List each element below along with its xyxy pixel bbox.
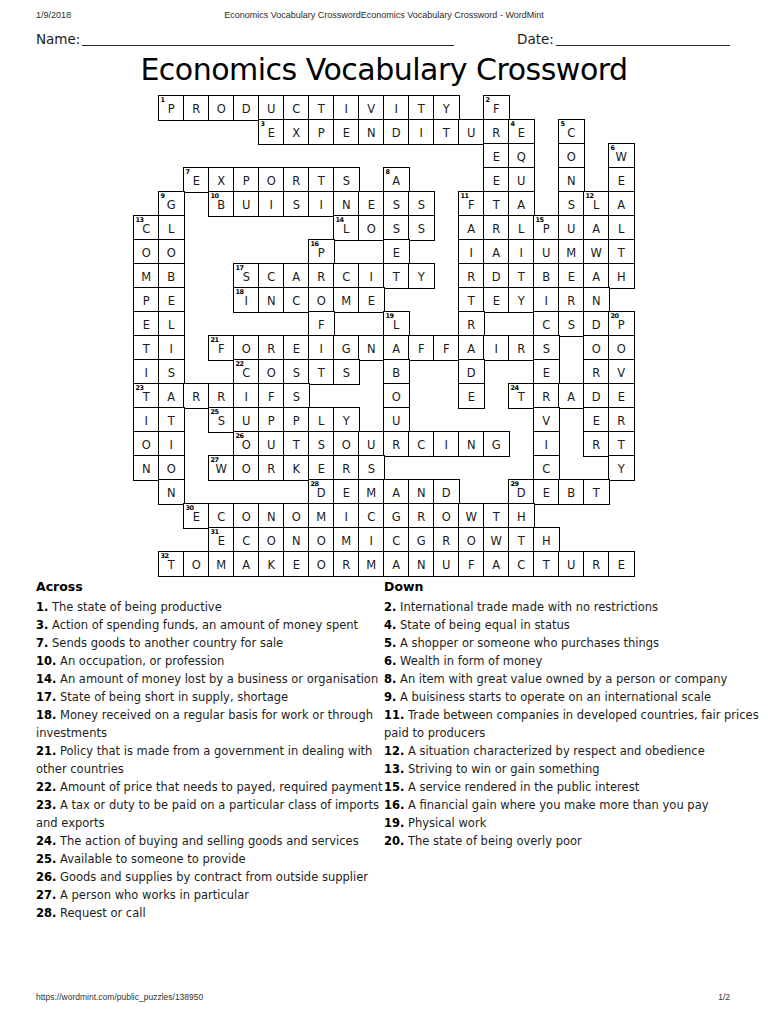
cell-letter: M (141, 269, 151, 284)
cell-r4c13: 11F (458, 191, 485, 217)
cell-letter: O (367, 221, 376, 236)
cell-letter: I (445, 437, 448, 452)
cell-letter: R (467, 269, 475, 284)
cell-r15c19: Y (608, 455, 635, 481)
cell-r13c5: P (258, 407, 285, 433)
cell-letter: R (267, 461, 275, 476)
cell-r14c8: O (333, 431, 360, 457)
cell-r1c9: N (358, 119, 385, 145)
cell-r3c3: X (208, 167, 235, 193)
cell-letter: R (267, 341, 275, 356)
cell-letter: I (170, 341, 173, 356)
cell-letter: A (517, 197, 525, 212)
cell-r19c15: C (508, 551, 535, 577)
cell-r17c7: M (308, 503, 335, 529)
cell-r7c4: 17S (233, 263, 260, 289)
cell-letter: A (467, 221, 475, 236)
cell-letter: E (618, 557, 625, 572)
cell-r13c1: T (158, 407, 185, 433)
cell-letter: Y (518, 293, 525, 308)
cell-r5c16: 15P (533, 215, 560, 241)
clue-number-5: 5 (561, 121, 565, 128)
footer-page-number: 1/2 (718, 992, 730, 1002)
cell-r15c0: N (133, 455, 160, 481)
cell-letter: R (592, 365, 600, 380)
cell-letter: P (318, 125, 325, 140)
cell-r7c1: B (158, 263, 185, 289)
cell-letter: N (592, 293, 601, 308)
cell-letter: Y (443, 101, 450, 116)
down-clue-11: 11. Trade between companies in developed… (384, 706, 764, 742)
cell-r19c18: R (583, 551, 610, 577)
cell-r19c7: O (308, 551, 335, 577)
clue-number-31: 31 (211, 529, 219, 536)
cell-letter: I (470, 245, 473, 260)
cell-r6c19: T (608, 239, 635, 265)
cell-letter: H (617, 269, 626, 284)
clue-number-8: 8 (386, 169, 390, 176)
cell-r7c15: T (508, 263, 535, 289)
cell-r18c8: M (333, 527, 360, 553)
cell-letter: A (392, 173, 400, 188)
footer-url: https://wordmint.com/public_puzzles/1389… (36, 992, 203, 1002)
cell-letter: O (167, 461, 176, 476)
cell-r4c1: 9G (158, 191, 185, 217)
cell-letter: O (467, 533, 476, 548)
cell-r3c19: E (608, 167, 635, 193)
across-clue-22: 22. Amount of price that needs to payed,… (36, 778, 388, 796)
cell-letter: C (417, 437, 425, 452)
cell-r1c5: 3E (258, 119, 285, 145)
down-clue-8: 8. An item with great value owned by a p… (384, 670, 764, 688)
cell-letter: R (592, 557, 600, 572)
cell-letter: R (542, 389, 550, 404)
cell-r4c3: 10B (208, 191, 235, 217)
cell-r16c15: 29D (508, 479, 535, 505)
cell-r4c18: 12L (583, 191, 610, 217)
cell-letter: I (320, 341, 323, 356)
cell-letter: O (192, 557, 201, 572)
cell-r12c19: E (608, 383, 635, 409)
cell-letter: M (566, 245, 576, 260)
cell-letter: O (267, 365, 276, 380)
cell-letter: R (617, 413, 625, 428)
cell-letter: K (268, 557, 276, 572)
cell-r11c16: E (533, 359, 560, 385)
cell-letter: Q (517, 149, 526, 164)
cell-letter: F (493, 101, 500, 116)
cell-letter: A (467, 341, 475, 356)
cell-r15c8: R (333, 455, 360, 481)
cell-r19c11: N (408, 551, 435, 577)
clue-number-3: 3 (261, 121, 265, 128)
cell-letter: C (267, 269, 275, 284)
cell-r0c3: O (208, 95, 235, 121)
cell-letter: A (167, 389, 175, 404)
cell-r2c17: O (558, 143, 585, 169)
cell-letter: L (318, 413, 324, 428)
cell-letter: F (468, 557, 475, 572)
cell-r17c15: H (508, 503, 535, 529)
cell-r17c10: G (383, 503, 410, 529)
cell-r6c18: W (583, 239, 610, 265)
cell-r18c6: N (283, 527, 310, 553)
cell-letter: V (617, 365, 625, 380)
cell-letter: N (342, 197, 351, 212)
cell-r0c11: T (408, 95, 435, 121)
cell-r7c0: M (133, 263, 160, 289)
cell-letter: W (466, 509, 477, 524)
cell-letter: L (343, 221, 349, 236)
cell-r6c1: O (158, 239, 185, 265)
cell-letter: O (342, 437, 351, 452)
cell-letter: R (592, 437, 600, 452)
cell-r10c7: I (308, 335, 335, 361)
down-clue-20: 20. The state of being overly poor (384, 832, 764, 850)
cell-r7c17: E (558, 263, 585, 289)
cell-r13c19: R (608, 407, 635, 433)
cell-letter: L (593, 197, 599, 212)
cell-letter: O (592, 341, 601, 356)
cell-letter: I (495, 341, 498, 356)
cell-letter: I (245, 389, 248, 404)
cell-r12c17: A (558, 383, 585, 409)
across-clue-10: 10. An occupation, or profession (36, 652, 388, 670)
cell-letter: E (543, 485, 550, 500)
cell-letter: E (468, 389, 475, 404)
cell-r19c2: O (183, 551, 210, 577)
cell-r5c11: S (408, 215, 435, 241)
cell-r16c17: B (558, 479, 585, 505)
cell-r0c8: I (333, 95, 360, 121)
clue-number-22: 22 (236, 361, 244, 368)
cell-letter: E (293, 557, 300, 572)
clue-number-17: 17 (236, 265, 244, 272)
cell-r14c18: R (583, 431, 610, 457)
clue-number-27: 27 (211, 457, 219, 464)
cell-r7c18: A (583, 263, 610, 289)
cell-letter: U (567, 221, 575, 236)
document-header-title: Economics Vocabulary CrosswordEconomics … (0, 10, 768, 20)
cell-r12c10: O (383, 383, 410, 409)
cell-r18c7: O (308, 527, 335, 553)
cell-r12c3: R (208, 383, 235, 409)
across-clue-24: 24. The action of buying and selling goo… (36, 832, 388, 850)
cell-letter: L (618, 221, 624, 236)
cell-letter: D (492, 269, 501, 284)
cell-r8c4: 18I (233, 287, 260, 313)
cell-r18c14: W (483, 527, 510, 553)
cell-r6c7: 16P (308, 239, 335, 265)
cell-letter: Y (343, 413, 350, 428)
cell-letter: B (167, 269, 175, 284)
date-label: Date: (517, 31, 554, 47)
cell-r4c11: S (408, 191, 435, 217)
cell-r2c19: 6W (608, 143, 635, 169)
cell-r13c4: U (233, 407, 260, 433)
cell-letter: O (217, 101, 226, 116)
cell-r19c16: T (533, 551, 560, 577)
cell-letter: U (242, 197, 250, 212)
cell-r10c12: F (433, 335, 460, 361)
down-clues-list: 2. International trade made with no rest… (384, 598, 764, 850)
cell-letter: O (142, 437, 151, 452)
cell-r5c1: L (158, 215, 185, 241)
cell-letter: I (245, 293, 248, 308)
cell-r18c16: H (533, 527, 560, 553)
cell-r4c10: S (383, 191, 410, 217)
cell-r18c15: T (508, 527, 535, 553)
cell-r8c18: N (583, 287, 610, 313)
cell-letter: U (392, 413, 400, 428)
cell-r5c14: R (483, 215, 510, 241)
cell-letter: T (543, 557, 550, 572)
cell-r16c18: T (583, 479, 610, 505)
cell-r6c13: I (458, 239, 485, 265)
cell-letter: O (267, 533, 276, 548)
cell-r16c12: D (433, 479, 460, 505)
cell-r16c7: 28D (308, 479, 335, 505)
across-clue-26: 26. Goods and supplies by contract from … (36, 868, 388, 886)
cell-r18c11: G (408, 527, 435, 553)
cell-r15c5: R (258, 455, 285, 481)
cell-r19c12: U (433, 551, 460, 577)
cell-letter: A (292, 269, 300, 284)
cell-letter: T (518, 533, 525, 548)
cell-r18c3: 31E (208, 527, 235, 553)
clue-number-26: 26 (236, 433, 244, 440)
cell-r7c11: Y (408, 263, 435, 289)
cell-letter: E (618, 173, 625, 188)
cell-r10c6: E (283, 335, 310, 361)
cell-r3c4: P (233, 167, 260, 193)
cell-letter: O (242, 509, 251, 524)
cell-r9c10: 19L (383, 311, 410, 337)
down-clue-16: 16. A financial gain where you make more… (384, 796, 764, 814)
cell-letter: C (567, 125, 575, 140)
across-clue-28: 28. Request or call (36, 904, 388, 922)
cell-r3c5: O (258, 167, 285, 193)
cell-letter: A (592, 269, 600, 284)
down-clue-6: 6. Wealth in form of money (384, 652, 764, 670)
cell-r14c5: U (258, 431, 285, 457)
down-clue-2: 2. International trade made with no rest… (384, 598, 764, 616)
cell-letter: O (267, 173, 276, 188)
clue-number-2: 2 (486, 97, 490, 104)
cell-letter: W (591, 245, 602, 260)
cell-r16c10: A (383, 479, 410, 505)
cell-letter: U (242, 413, 250, 428)
down-clue-19: 19. Physical work (384, 814, 764, 832)
cell-letter: B (567, 485, 575, 500)
cell-r9c16: C (533, 311, 560, 337)
cell-letter: L (168, 317, 174, 332)
cell-r4c7: I (308, 191, 335, 217)
cell-letter: A (392, 557, 400, 572)
cell-letter: O (292, 509, 301, 524)
cell-r5c18: A (583, 215, 610, 241)
cell-r18c5: O (258, 527, 285, 553)
cell-r19c5: K (258, 551, 285, 577)
crossword-grid: 1PRODUCTIVITY2F3EXPENDITUR4E5CEQO6W7EXPO… (133, 95, 635, 577)
clue-number-11: 11 (461, 193, 469, 200)
cell-r12c5: F (258, 383, 285, 409)
cell-r10c18: O (583, 335, 610, 361)
cell-r5c9: O (358, 215, 385, 241)
cell-r7c7: R (308, 263, 335, 289)
cell-letter: S (243, 269, 250, 284)
cell-letter: W (491, 533, 502, 548)
cell-r0c10: I (383, 95, 410, 121)
cell-letter: S (418, 221, 425, 236)
cell-r19c10: A (383, 551, 410, 577)
cell-letter: M (341, 293, 351, 308)
cell-letter: T (493, 509, 500, 524)
cell-r1c6: X (283, 119, 310, 145)
cell-r5c0: 13C (133, 215, 160, 241)
cell-letter: U (542, 245, 550, 260)
cell-letter: O (317, 533, 326, 548)
cell-r10c16: S (533, 335, 560, 361)
cell-letter: U (567, 557, 575, 572)
cell-r14c14: G (483, 431, 510, 457)
cell-letter: B (392, 365, 400, 380)
cell-r5c17: U (558, 215, 585, 241)
cell-r1c10: D (383, 119, 410, 145)
cell-r15c7: E (308, 455, 335, 481)
cell-r15c9: S (358, 455, 385, 481)
cell-letter: G (417, 533, 426, 548)
cell-r11c10: B (383, 359, 410, 385)
down-clue-4: 4. State of being equal in status (384, 616, 764, 634)
down-clues-column: Down 2. International trade made with no… (384, 578, 764, 850)
cell-letter: N (367, 341, 376, 356)
cell-letter: A (592, 221, 600, 236)
cell-r6c14: A (483, 239, 510, 265)
cell-letter: R (192, 389, 200, 404)
cell-r11c18: R (583, 359, 610, 385)
clue-number-28: 28 (311, 481, 319, 488)
cell-r9c18: D (583, 311, 610, 337)
cell-r14c11: C (408, 431, 435, 457)
cell-letter: H (517, 509, 526, 524)
cell-letter: R (442, 533, 450, 548)
cell-r2c14: E (483, 143, 510, 169)
cell-letter: E (493, 173, 500, 188)
cell-letter: I (420, 125, 423, 140)
cell-letter: P (293, 413, 300, 428)
cell-letter: T (293, 437, 300, 452)
cell-letter: S (343, 365, 350, 380)
cell-letter: I (545, 437, 548, 452)
cell-r17c8: I (333, 503, 360, 529)
cell-letter: R (567, 293, 575, 308)
cell-letter: A (567, 389, 575, 404)
cell-letter: S (293, 365, 300, 380)
cell-letter: O (242, 341, 251, 356)
clue-number-6: 6 (611, 145, 615, 152)
cell-r16c16: E (533, 479, 560, 505)
cell-r17c14: T (483, 503, 510, 529)
date-blank-line (556, 31, 730, 46)
cell-letter: T (518, 269, 525, 284)
cell-r9c1: L (158, 311, 185, 337)
cell-r7c14: D (483, 263, 510, 289)
cell-letter: C (292, 101, 300, 116)
cell-letter: S (343, 173, 350, 188)
cell-r10c13: A (458, 335, 485, 361)
cell-letter: T (318, 365, 325, 380)
cell-letter: O (142, 245, 151, 260)
cell-r0c2: R (183, 95, 210, 121)
cell-r7c9: I (358, 263, 385, 289)
cell-letter: I (370, 269, 373, 284)
cell-r5c10: S (383, 215, 410, 241)
cell-letter: R (492, 221, 500, 236)
clue-number-20: 20 (611, 313, 619, 320)
cell-r18c4: C (233, 527, 260, 553)
cell-r13c10: U (383, 407, 410, 433)
across-clue-3: 3. Action of spending funds, an amount o… (36, 616, 388, 634)
cell-letter: C (217, 509, 225, 524)
cell-letter: I (145, 365, 148, 380)
cell-letter: S (393, 221, 400, 236)
across-clues-column: Across 1. The state of being productive3… (36, 578, 388, 922)
clue-number-12: 12 (586, 193, 594, 200)
cell-r15c4: O (233, 455, 260, 481)
cell-letter: A (492, 557, 500, 572)
cell-letter: S (368, 461, 375, 476)
cell-r11c5: O (258, 359, 285, 385)
cell-r7c5: C (258, 263, 285, 289)
cell-r19c9: M (358, 551, 385, 577)
cell-r0c9: V (358, 95, 385, 121)
cell-r14c1: I (158, 431, 185, 457)
cell-letter: E (493, 293, 500, 308)
clue-number-25: 25 (211, 409, 219, 416)
cell-r1c8: E (333, 119, 360, 145)
cell-r19c4: A (233, 551, 260, 577)
cell-letter: M (316, 509, 326, 524)
cell-letter: S (418, 197, 425, 212)
cell-letter: I (345, 509, 348, 524)
cell-letter: R (317, 269, 325, 284)
cell-letter: Y (418, 269, 425, 284)
cell-r4c9: E (358, 191, 385, 217)
cell-letter: W (616, 149, 627, 164)
name-label: Name: (36, 31, 80, 47)
cell-r0c5: U (258, 95, 285, 121)
cell-r3c7: T (308, 167, 335, 193)
cell-letter: E (268, 125, 275, 140)
clue-number-15: 15 (536, 217, 544, 224)
cell-letter: C (242, 533, 250, 548)
cell-r19c8: R (333, 551, 360, 577)
cell-letter: A (392, 341, 400, 356)
cell-r13c3: 25S (208, 407, 235, 433)
cell-r7c13: R (458, 263, 485, 289)
cell-letter: T (168, 557, 175, 572)
cell-letter: P (268, 413, 275, 428)
cell-letter: U (367, 437, 375, 452)
cell-r7c19: H (608, 263, 635, 289)
cell-letter: R (292, 173, 300, 188)
cell-letter: P (168, 101, 175, 116)
cell-letter: O (567, 149, 576, 164)
cell-r14c6: T (283, 431, 310, 457)
cell-letter: S (318, 437, 325, 452)
clue-number-30: 30 (186, 505, 194, 512)
